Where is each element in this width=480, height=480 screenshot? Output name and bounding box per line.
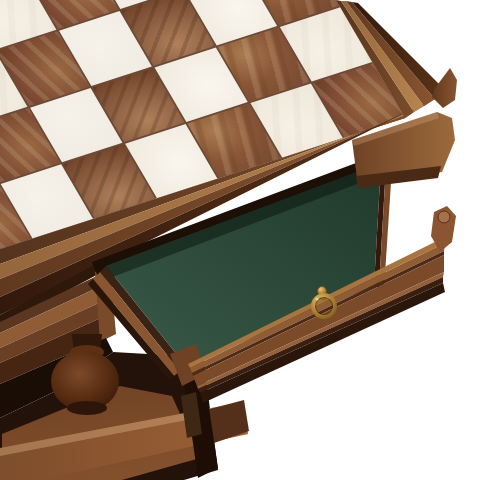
frame-corner-cap <box>432 68 457 108</box>
table-overlay <box>0 0 480 480</box>
drawer-slot-surround <box>352 112 455 188</box>
chess-table-photo <box>0 0 480 480</box>
